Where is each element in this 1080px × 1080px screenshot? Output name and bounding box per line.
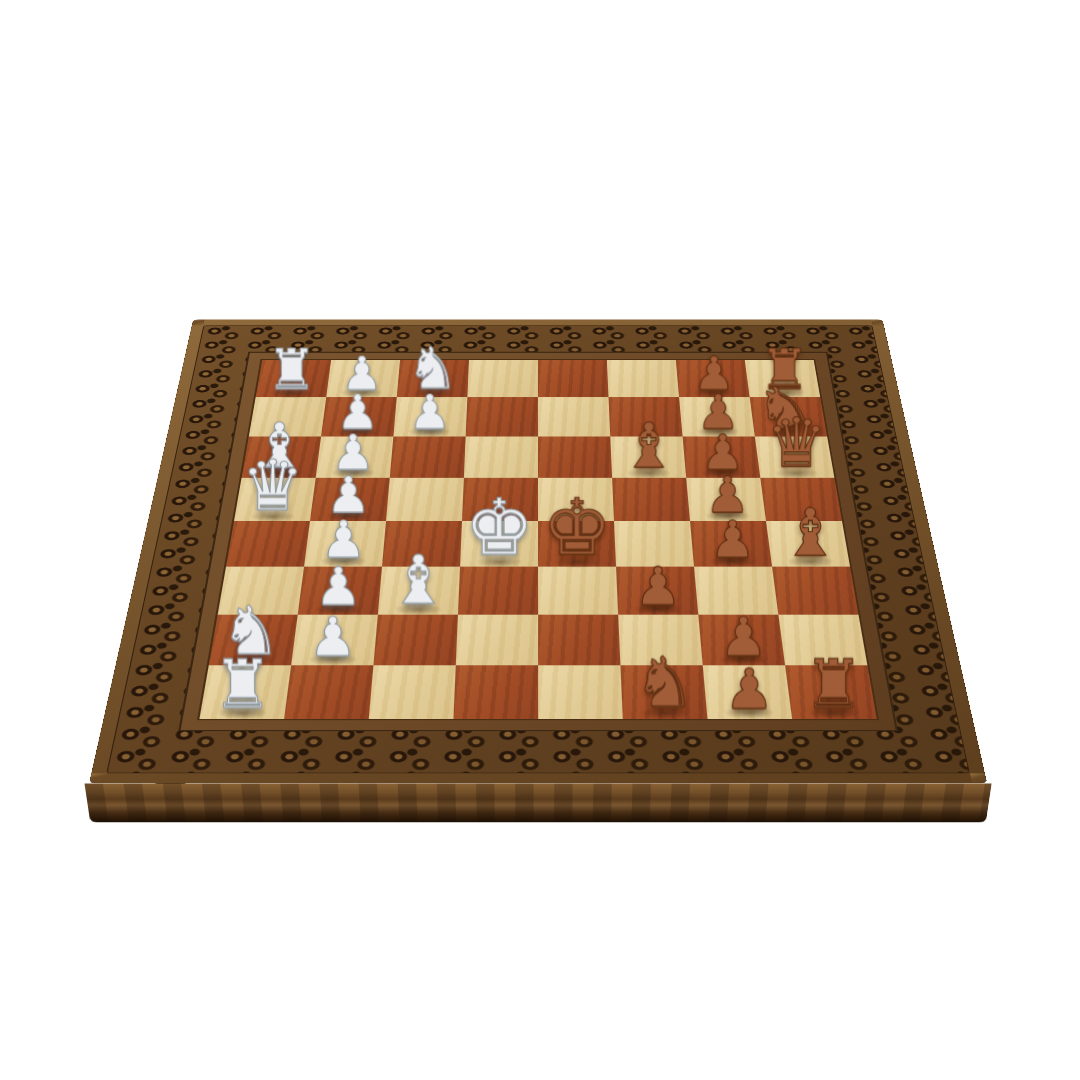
square-b2 (321, 397, 397, 436)
square-e5 (538, 521, 616, 567)
square-b5 (538, 397, 610, 436)
square-h4 (453, 665, 538, 719)
square-d6 (612, 478, 690, 521)
square-e8 (766, 521, 850, 567)
board-front-edge-molding (85, 783, 992, 822)
square-f8 (772, 567, 858, 615)
square-h3 (369, 665, 456, 719)
square-d2 (310, 478, 390, 521)
checker-grid (199, 360, 876, 719)
square-h6 (620, 665, 707, 719)
square-b6 (609, 397, 683, 436)
square-f6 (616, 567, 698, 615)
square-b4 (466, 397, 538, 436)
square-d3 (386, 478, 464, 521)
square-d1 (234, 478, 316, 521)
square-f1 (218, 567, 304, 615)
square-b8 (750, 397, 827, 436)
square-b3 (393, 397, 467, 436)
perspective-stage: ♜♟♞♟♜♟♟♟♞♝♟♝♟♛♛♟♟♟♚♚♟♝♟♝♟♞♟♟♜♞♟♜ (0, 0, 1080, 1080)
product-photo-scene: ♜♟♞♟♜♟♟♟♞♝♟♝♟♛♛♟♟♟♚♚♟♝♟♝♟♞♟♟♜♞♟♜ (0, 0, 1080, 1080)
square-d8 (760, 478, 842, 521)
square-h8 (785, 665, 877, 719)
square-b1 (249, 397, 326, 436)
square-e7 (690, 521, 772, 567)
square-e6 (614, 521, 694, 567)
square-h2 (284, 665, 373, 719)
square-d5 (538, 478, 614, 521)
square-h5 (538, 665, 623, 719)
square-f3 (378, 567, 460, 615)
square-d4 (462, 478, 538, 521)
square-b7 (679, 397, 755, 436)
square-f5 (538, 567, 618, 615)
square-e1 (226, 521, 310, 567)
square-e4 (460, 521, 538, 567)
square-h7 (703, 665, 792, 719)
chess-board: ♜♟♞♟♜♟♟♟♞♝♟♝♟♛♛♟♟♟♚♚♟♝♟♝♟♞♟♟♜♞♟♜ (89, 320, 987, 784)
square-h1 (199, 665, 291, 719)
square-e2 (304, 521, 386, 567)
square-d7 (686, 478, 766, 521)
square-e3 (382, 521, 462, 567)
square-f7 (694, 567, 778, 615)
square-f2 (298, 567, 382, 615)
square-f4 (458, 567, 538, 615)
